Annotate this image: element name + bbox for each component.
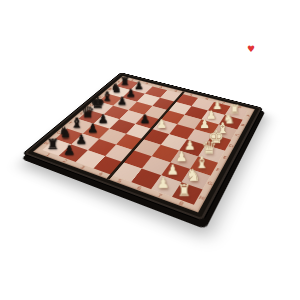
wishlist-heart-icon[interactable]: ♥	[247, 45, 255, 54]
board-border-band: 12345678 12345678 ABCDEFGH ABCDEFGH ♜♟♟♜…	[33, 76, 255, 212]
coord-label-right-F: F	[215, 168, 220, 172]
piece-black-pawn-f7: ♟	[114, 95, 132, 106]
coord-label-right-B: B	[240, 124, 245, 127]
piece-white-pawn-a2: ♟	[152, 176, 175, 191]
coord-label-bottom-3: 3	[80, 165, 86, 169]
chess-board-grid: ♜♟♟♜♞♟♟♞♝♟♟♝♚♟♟♚♛♟♟♛♝♟♟♝♞♟♟♞♜♟♟♜	[42, 79, 247, 205]
coord-label-right-A: A	[246, 114, 251, 117]
coord-label-bottom-1: 1	[45, 153, 51, 157]
coord-label-right-C: C	[235, 133, 240, 137]
product-photo-scene: ♥ 12345678 12345678 ABCDEFGH ABCDEFGH ♜♟…	[0, 0, 300, 300]
coord-label-right-G: G	[207, 181, 213, 186]
coord-label-bottom-4: 4	[98, 172, 104, 177]
piece-black-pawn-a7: ♟	[59, 144, 80, 157]
piece-white-pawn-e4: ♟	[153, 118, 172, 130]
coord-label-right-H: H	[198, 195, 205, 201]
piece-white-rook-a1: ♜	[173, 182, 197, 198]
board-frame: 12345678 12345678 ABCDEFGH ABCDEFGH ♜♟♟♜…	[22, 72, 263, 221]
coord-label-right-D: D	[228, 144, 234, 148]
coord-label-bottom-2: 2	[62, 159, 68, 163]
square-a1: ♜	[172, 182, 202, 204]
chess-board-3d-wrap: 12345678 12345678 ABCDEFGH ABCDEFGH ♜♟♟♜…	[22, 72, 263, 221]
coord-label-right-E: E	[222, 156, 227, 160]
